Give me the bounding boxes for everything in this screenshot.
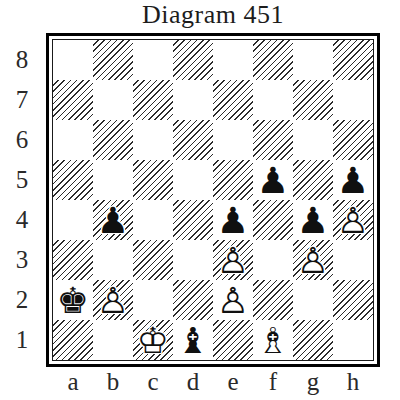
diagram-title: Diagram 451 — [46, 0, 380, 30]
file-label-f: f — [253, 366, 293, 398]
black-pawn-g4[interactable]: ♟ — [293, 201, 333, 241]
square-d2[interactable] — [173, 280, 213, 320]
square-c8[interactable] — [133, 40, 173, 80]
square-a6[interactable] — [53, 120, 93, 160]
square-f5[interactable]: ♟ — [253, 160, 293, 200]
square-c5[interactable] — [133, 160, 173, 200]
white-pawn-e3-fill: ♟ — [213, 241, 253, 281]
square-b6[interactable] — [93, 120, 133, 160]
rank-label-2: 2 — [8, 280, 36, 320]
square-g2[interactable] — [293, 280, 333, 320]
rank-label-1: 1 — [8, 320, 36, 360]
square-h7[interactable] — [333, 80, 373, 120]
square-b7[interactable] — [93, 80, 133, 120]
square-a5[interactable] — [53, 160, 93, 200]
square-c2[interactable] — [133, 280, 173, 320]
square-d1[interactable]: ♝ — [173, 320, 213, 360]
rank-label-6: 6 — [8, 120, 36, 160]
black-bishop-d1[interactable]: ♝ — [173, 321, 213, 361]
white-pawn-h4-fill: ♟ — [333, 201, 373, 241]
square-b2[interactable]: ♟♙ — [93, 280, 133, 320]
square-h1[interactable] — [333, 320, 373, 360]
square-e8[interactable] — [213, 40, 253, 80]
black-pawn-f5[interactable]: ♟ — [253, 161, 293, 201]
square-b3[interactable] — [93, 240, 133, 280]
rank-label-3: 3 — [8, 240, 36, 280]
square-e4[interactable]: ♟ — [213, 200, 253, 240]
white-bishop-f1-fill: ♝ — [253, 321, 293, 361]
square-f2[interactable] — [253, 280, 293, 320]
file-label-h: h — [333, 366, 373, 398]
square-b5[interactable] — [93, 160, 133, 200]
white-bishop-f1[interactable]: ♗ — [253, 321, 293, 361]
file-label-c: c — [133, 366, 173, 398]
file-labels: abcdefgh — [53, 366, 373, 398]
square-d8[interactable] — [173, 40, 213, 80]
white-king-c1-fill: ♚ — [133, 321, 173, 361]
rank-label-7: 7 — [8, 80, 36, 120]
square-a2[interactable]: ♚ — [53, 280, 93, 320]
square-f1[interactable]: ♝♗ — [253, 320, 293, 360]
square-f6[interactable] — [253, 120, 293, 160]
square-a1[interactable] — [53, 320, 93, 360]
square-g6[interactable] — [293, 120, 333, 160]
white-pawn-e3[interactable]: ♙ — [213, 241, 253, 281]
square-f3[interactable] — [253, 240, 293, 280]
square-h3[interactable] — [333, 240, 373, 280]
square-a3[interactable] — [53, 240, 93, 280]
square-g8[interactable] — [293, 40, 333, 80]
file-label-b: b — [93, 366, 133, 398]
black-pawn-e4[interactable]: ♟ — [213, 201, 253, 241]
square-e7[interactable] — [213, 80, 253, 120]
white-pawn-g3-fill: ♟ — [293, 241, 333, 281]
white-pawn-b2[interactable]: ♙ — [93, 281, 133, 321]
white-pawn-e2[interactable]: ♙ — [213, 281, 253, 321]
square-g7[interactable] — [293, 80, 333, 120]
file-label-d: d — [173, 366, 213, 398]
rank-label-4: 4 — [8, 200, 36, 240]
black-pawn-b4[interactable]: ♟ — [93, 201, 133, 241]
square-c4[interactable] — [133, 200, 173, 240]
square-a7[interactable] — [53, 80, 93, 120]
square-e1[interactable] — [213, 320, 253, 360]
rank-labels: 87654321 — [8, 40, 36, 360]
chess-board: ♟♟♟♟♟♟♙♟♙♟♙♚♟♙♟♙♚♔♝♝♗ — [52, 39, 374, 361]
square-g1[interactable] — [293, 320, 333, 360]
black-pawn-h5[interactable]: ♟ — [333, 161, 373, 201]
square-f4[interactable] — [253, 200, 293, 240]
square-e5[interactable] — [213, 160, 253, 200]
square-d6[interactable] — [173, 120, 213, 160]
square-a8[interactable] — [53, 40, 93, 80]
white-pawn-e2-fill: ♟ — [213, 281, 253, 321]
white-king-c1[interactable]: ♔ — [133, 321, 173, 361]
square-h2[interactable] — [333, 280, 373, 320]
square-f7[interactable] — [253, 80, 293, 120]
square-c3[interactable] — [133, 240, 173, 280]
square-d3[interactable] — [173, 240, 213, 280]
square-g4[interactable]: ♟ — [293, 200, 333, 240]
square-d4[interactable] — [173, 200, 213, 240]
white-pawn-b2-fill: ♟ — [93, 281, 133, 321]
square-d5[interactable] — [173, 160, 213, 200]
black-king-a2[interactable]: ♚ — [53, 281, 93, 321]
file-label-a: a — [53, 366, 93, 398]
square-g3[interactable]: ♟♙ — [293, 240, 333, 280]
square-e6[interactable] — [213, 120, 253, 160]
square-b4[interactable]: ♟ — [93, 200, 133, 240]
square-d7[interactable] — [173, 80, 213, 120]
file-label-e: e — [213, 366, 253, 398]
chess-diagram-page: Diagram 451 87654321 ♟♟♟♟♟♟♙♟♙♟♙♚♟♙♟♙♚♔♝… — [0, 0, 400, 400]
square-c6[interactable] — [133, 120, 173, 160]
square-b8[interactable] — [93, 40, 133, 80]
square-c7[interactable] — [133, 80, 173, 120]
square-g5[interactable] — [293, 160, 333, 200]
white-pawn-h4[interactable]: ♙ — [333, 201, 373, 241]
square-h5[interactable]: ♟ — [333, 160, 373, 200]
square-c1[interactable]: ♚♔ — [133, 320, 173, 360]
square-f8[interactable] — [253, 40, 293, 80]
square-h4[interactable]: ♟♙ — [333, 200, 373, 240]
square-e2[interactable]: ♟♙ — [213, 280, 253, 320]
board-frame: ♟♟♟♟♟♟♙♟♙♟♙♚♟♙♟♙♚♔♝♝♗ — [46, 33, 380, 367]
rank-label-8: 8 — [8, 40, 36, 80]
square-b1[interactable] — [93, 320, 133, 360]
white-pawn-g3[interactable]: ♙ — [293, 241, 333, 281]
square-a4[interactable] — [53, 200, 93, 240]
square-h8[interactable] — [333, 40, 373, 80]
square-h6[interactable] — [333, 120, 373, 160]
rank-label-5: 5 — [8, 160, 36, 200]
file-label-g: g — [293, 366, 333, 398]
square-e3[interactable]: ♟♙ — [213, 240, 253, 280]
